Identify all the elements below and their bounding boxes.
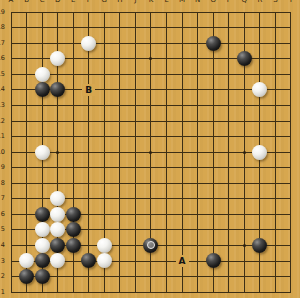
star-point [149, 57, 152, 60]
stones-grid: AB [3, 4, 299, 298]
column-label: F [85, 0, 93, 4]
white-stone [252, 145, 267, 160]
black-stone [50, 238, 65, 253]
star-point [56, 151, 59, 154]
white-stone [35, 238, 50, 253]
white-stone [35, 67, 50, 82]
column-label: P [225, 0, 233, 4]
move-option-label-B[interactable]: B [82, 84, 95, 96]
column-label: K [147, 0, 155, 4]
white-stone [19, 253, 34, 268]
column-label: Q [240, 0, 248, 4]
black-stone [237, 51, 252, 66]
black-stone [35, 269, 50, 284]
white-stone [97, 253, 112, 268]
black-stone [35, 253, 50, 268]
column-label: E [69, 0, 77, 4]
black-stone [206, 36, 221, 51]
white-stone [35, 145, 50, 160]
white-stone [50, 253, 65, 268]
marked-black-stone [143, 238, 158, 253]
column-label: B [23, 0, 31, 4]
black-stone [66, 238, 81, 253]
star-point [149, 151, 152, 154]
column-label: H [116, 0, 124, 4]
column-label: A [7, 0, 15, 4]
white-stone [252, 82, 267, 97]
column-label: J [131, 0, 139, 4]
black-stone [66, 222, 81, 237]
black-stone [19, 269, 34, 284]
column-label: S [271, 0, 279, 4]
screenshot: ABCDEFGHJKLMNOPQRST 19181716151413121110… [0, 0, 300, 298]
column-label: C [38, 0, 46, 4]
column-label: D [54, 0, 62, 4]
white-stone [50, 222, 65, 237]
black-stone [66, 207, 81, 222]
white-stone [35, 222, 50, 237]
go-board[interactable]: ABCDEFGHJKLMNOPQRST 19181716151413121110… [0, 0, 300, 298]
white-stone [50, 51, 65, 66]
column-label: T [287, 0, 295, 4]
white-stone [97, 238, 112, 253]
black-stone [35, 82, 50, 97]
column-label: R [256, 0, 264, 4]
black-stone [206, 253, 221, 268]
column-label: L [163, 0, 171, 4]
white-stone [50, 191, 65, 206]
black-stone [252, 238, 267, 253]
star-point [243, 151, 246, 154]
star-point [243, 244, 246, 247]
move-option-label-A[interactable]: A [176, 255, 189, 267]
last-move-marker [147, 241, 155, 249]
column-label: G [100, 0, 108, 4]
column-label: N [194, 0, 202, 4]
black-stone [35, 207, 50, 222]
column-label: M [178, 0, 186, 4]
black-stone [81, 253, 96, 268]
white-stone [81, 36, 96, 51]
column-label: O [209, 0, 217, 4]
white-stone [50, 207, 65, 222]
black-stone [50, 82, 65, 97]
